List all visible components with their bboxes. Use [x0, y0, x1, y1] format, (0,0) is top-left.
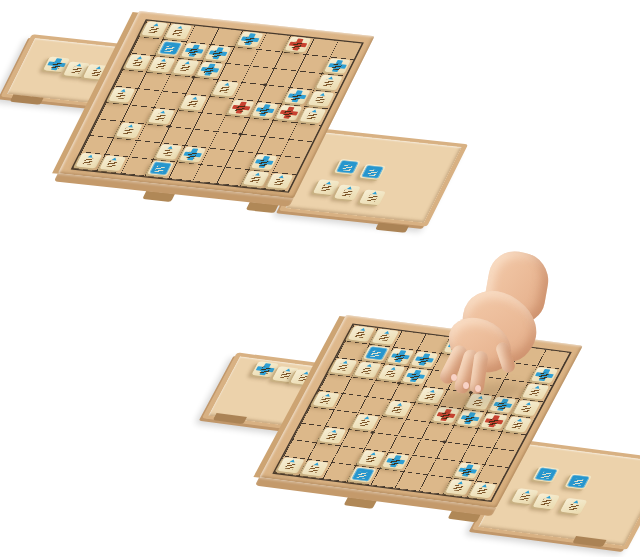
- kanji-mark: [538, 372, 549, 379]
- kanji-mark: [307, 113, 318, 120]
- kanji-mark: [392, 406, 403, 413]
- kanji-mark: [394, 354, 405, 361]
- tray-foot-left: [10, 95, 44, 105]
- kanji-mark: [280, 372, 291, 379]
- kanji-mark: [409, 373, 420, 380]
- kanji-mark: [361, 367, 372, 374]
- kanji-mark: [291, 94, 302, 101]
- tray-piece-R-p2[interactable]: [532, 466, 559, 482]
- kanji-mark: [355, 331, 366, 338]
- kanji-mark: [212, 51, 223, 58]
- kanji-mark: [540, 499, 551, 506]
- kanji-mark: [476, 487, 487, 494]
- kanji-mark: [132, 59, 143, 66]
- kanji-mark: [172, 29, 183, 36]
- kanji-mark: [244, 37, 255, 44]
- kanji-mark: [106, 161, 117, 168]
- kanji-mark: [180, 64, 191, 71]
- kanji-mark: [323, 80, 334, 87]
- kanji-mark: [379, 334, 390, 341]
- forearm: [481, 247, 552, 326]
- shogi-photo-1-board-assembly: [58, 11, 375, 198]
- kanji-mark: [187, 100, 198, 107]
- tray-piece-B-p1[interactable]: [359, 164, 386, 180]
- tray-foot-right: [375, 222, 409, 232]
- tray-piece-L-p1[interactable]: [334, 184, 361, 200]
- kanji-mark: [365, 455, 376, 462]
- kanji-mark: [320, 185, 331, 192]
- kanji-mark: [250, 176, 261, 183]
- kanji-mark: [284, 462, 295, 469]
- kanji-mark: [283, 110, 294, 117]
- kanji-mark: [83, 158, 94, 165]
- kanji-mark: [496, 402, 507, 409]
- kanji-mark: [440, 412, 451, 419]
- kanji-mark: [219, 86, 230, 93]
- kanji-mark: [162, 149, 173, 156]
- kanji-mark: [259, 367, 270, 374]
- tray-piece-B-p2[interactable]: [565, 473, 592, 489]
- kanji-mark: [341, 190, 352, 197]
- kanji-mark: [512, 422, 523, 429]
- kanji-mark: [258, 159, 269, 166]
- kanji-mark: [359, 419, 370, 426]
- kanji-mark: [320, 397, 331, 404]
- kanji-mark: [519, 494, 530, 501]
- tray-foot-right: [572, 536, 606, 547]
- kanji-mark: [488, 419, 499, 426]
- kanji-mark: [424, 393, 435, 400]
- tray-piece-R-p1[interactable]: [334, 159, 361, 175]
- tray-piece-N-p1[interactable]: [359, 189, 386, 205]
- kanji-mark: [315, 96, 326, 103]
- kanji-mark: [274, 178, 285, 185]
- kanji-mark: [461, 468, 472, 475]
- kanji-mark: [568, 503, 579, 510]
- kanji-mark: [235, 105, 246, 112]
- kanji-mark: [155, 114, 166, 121]
- kanji-mark: [308, 466, 319, 473]
- kanji-mark: [292, 42, 303, 49]
- product-photo-stage: [0, 0, 640, 557]
- kanji-mark: [520, 405, 531, 412]
- kanji-mark: [472, 399, 483, 406]
- kanji-mark: [156, 62, 167, 69]
- kanji-mark: [326, 433, 337, 440]
- kanji-mark: [51, 62, 62, 69]
- kanji-mark: [452, 484, 463, 491]
- kanji-mark: [499, 350, 510, 357]
- kanji-mark: [123, 128, 134, 135]
- kanji-mark: [464, 415, 475, 422]
- tray-piece-N-p2[interactable]: [560, 498, 587, 514]
- kanji-mark: [385, 370, 396, 377]
- kanji-mark: [186, 152, 197, 159]
- kanji-mark: [418, 357, 429, 364]
- kanji-mark: [451, 343, 462, 350]
- kanji-mark: [259, 108, 270, 115]
- shogi-photo-2-board-assembly: [259, 315, 583, 508]
- kanji-mark: [204, 67, 215, 74]
- tray-foot-left: [213, 413, 247, 424]
- tray-piece-L-p2[interactable]: [533, 493, 560, 509]
- kanji-mark: [367, 195, 378, 202]
- kanji-mark: [188, 48, 199, 55]
- kanji-mark: [389, 458, 400, 465]
- kanji-mark: [529, 389, 540, 396]
- kanji-mark: [148, 26, 159, 33]
- kanji-mark: [337, 364, 348, 371]
- kanji-mark: [331, 63, 342, 70]
- kanji-mark: [115, 92, 126, 99]
- kanji-mark: [71, 67, 82, 74]
